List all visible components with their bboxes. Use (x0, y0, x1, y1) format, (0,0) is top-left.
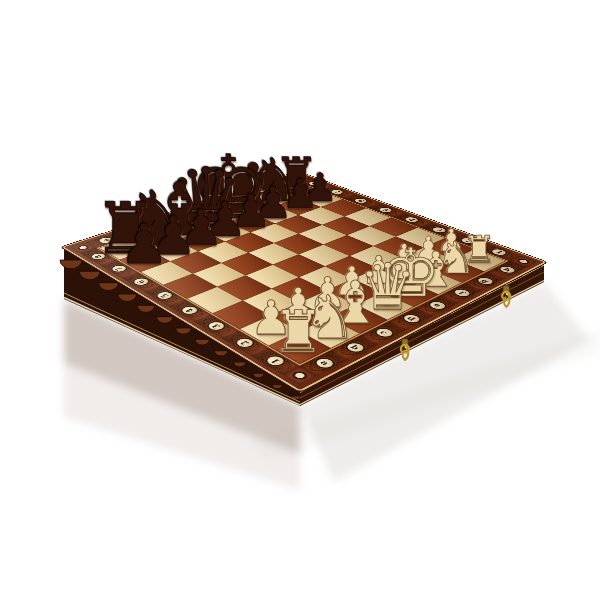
file-label-g: g (473, 276, 497, 287)
coordinate-text: 6 (135, 279, 146, 284)
rank-label-3: 3 (203, 320, 229, 333)
coordinate-text: h (502, 267, 513, 272)
white-rook-a1[interactable]: ♜ (272, 302, 324, 360)
coordinate-text: 4 (184, 308, 196, 313)
rank-label-4: 4 (177, 304, 202, 316)
rank-label-5: 5 (152, 290, 176, 301)
piece-glyph: ♜ (272, 302, 324, 360)
product-photo: abcdefgh 87654321 87654321 abcdefgh ♜♞♝♛… (0, 0, 600, 600)
rank-label-6: 6 (129, 276, 152, 287)
piece-glyph: ♟ (119, 217, 168, 272)
coordinate-text: 6 (356, 199, 365, 202)
coordinate-text: 4 (407, 218, 416, 222)
coordinate-text: 3 (210, 323, 222, 329)
coordinate-text: 2 (238, 340, 250, 346)
coordinate-text: f (457, 291, 466, 295)
coordinate-text: 5 (159, 293, 170, 298)
coordinate-text: 5 (381, 208, 390, 211)
coordinate-text: g (480, 278, 491, 283)
black-pawn-a7[interactable]: ♟ (119, 217, 168, 272)
file-label-h: h (496, 265, 519, 275)
